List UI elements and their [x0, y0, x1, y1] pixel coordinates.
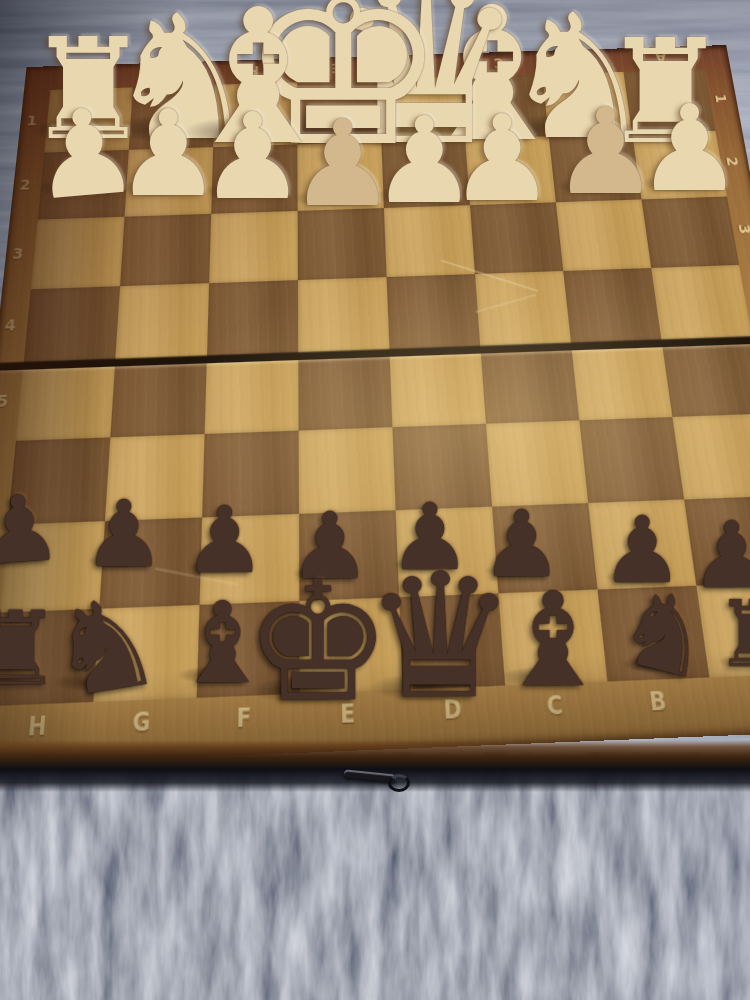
chess-board: 1122334455667788HHGGFFEEDDCCBBAA	[0, 45, 750, 767]
rank-label-left-1: 1	[26, 114, 37, 128]
square-c5	[480, 344, 579, 424]
file-label-bottom-e: E	[340, 702, 355, 728]
square-f2	[211, 145, 297, 214]
rank-label-left-6: 6	[0, 472, 1, 490]
file-label-top-g: G	[167, 67, 180, 80]
file-label-top-e: E	[331, 62, 341, 75]
square-d5	[389, 347, 486, 428]
file-label-bottom-f: F	[236, 706, 251, 732]
square-e4	[298, 277, 389, 353]
square-c3	[470, 202, 563, 274]
square-h1	[44, 87, 133, 152]
square-h4	[24, 286, 121, 363]
square-b5	[571, 340, 672, 420]
square-f4	[207, 280, 298, 357]
square-c7	[492, 502, 597, 593]
photo-stage: 1122334455667788HHGGFFEEDDCCBBAA ♜♞♝♚♛♝♞…	[0, 0, 750, 1000]
file-label-top-a: A	[654, 52, 666, 65]
rank-label-right-2: 2	[724, 157, 740, 167]
square-f7	[200, 513, 300, 604]
file-label-bottom-c: C	[546, 693, 564, 718]
rank-label-left-3: 3	[12, 246, 24, 261]
square-d4	[387, 274, 481, 350]
board-grid	[0, 69, 750, 706]
rank-label-left-5: 5	[0, 392, 9, 409]
square-e6	[299, 427, 396, 513]
board-face: 1122334455667788HHGGFFEEDDCCBBAA	[0, 45, 750, 767]
square-f5	[205, 353, 299, 434]
square-c6	[486, 421, 588, 506]
file-label-bottom-d: D	[443, 697, 462, 723]
square-e1	[297, 80, 381, 145]
rank-label-left-2: 2	[19, 178, 31, 192]
rank-label-right-1: 1	[713, 94, 729, 104]
square-g3	[120, 213, 211, 286]
square-a4	[651, 265, 750, 341]
rank-label-left-4: 4	[4, 317, 17, 333]
square-d1	[379, 77, 465, 142]
square-a3	[641, 196, 739, 268]
square-g5	[110, 356, 207, 437]
square-d7	[396, 506, 499, 597]
square-b4	[563, 268, 661, 344]
square-a7	[684, 495, 750, 585]
square-f3	[209, 210, 298, 282]
square-g7	[99, 517, 202, 609]
square-h7	[0, 520, 105, 612]
square-a6	[672, 414, 750, 499]
square-c4	[475, 271, 571, 347]
square-e7	[299, 510, 399, 601]
square-e5	[298, 350, 392, 431]
square-e8	[299, 597, 402, 694]
file-label-bottom-h: H	[27, 714, 47, 740]
square-a5	[662, 337, 750, 417]
square-c2	[465, 136, 556, 204]
square-e3	[298, 208, 387, 280]
file-label-top-f: F	[249, 64, 259, 77]
file-label-top-b: B	[574, 54, 586, 67]
square-c1	[461, 74, 549, 139]
square-d3	[384, 205, 475, 277]
file-label-bottom-b: B	[648, 689, 668, 714]
square-g2	[125, 147, 214, 216]
square-g1	[129, 85, 215, 150]
square-g4	[115, 283, 209, 360]
square-g6	[105, 434, 205, 520]
square-f6	[202, 431, 299, 517]
square-d6	[392, 424, 492, 510]
square-h5	[16, 360, 116, 441]
square-f1	[213, 82, 297, 147]
square-d8	[399, 593, 505, 690]
square-h2	[38, 150, 129, 219]
latch	[338, 766, 414, 794]
square-b1	[542, 72, 632, 137]
file-label-top-c: C	[493, 57, 504, 70]
square-e2	[297, 142, 384, 211]
square-f8	[197, 601, 300, 698]
square-a2	[632, 131, 727, 199]
square-b7	[588, 499, 696, 589]
square-g8	[93, 605, 199, 702]
file-label-top-d: D	[412, 59, 424, 72]
square-h6	[8, 438, 111, 524]
square-h3	[31, 216, 125, 289]
square-h8	[0, 608, 99, 706]
square-b6	[579, 417, 684, 502]
rank-label-right-3: 3	[736, 223, 750, 234]
file-label-top-h: H	[85, 69, 98, 82]
file-label-bottom-g: G	[132, 710, 151, 736]
square-d2	[381, 139, 470, 207]
square-a1	[623, 69, 715, 133]
square-b2	[549, 134, 642, 202]
square-b8	[597, 585, 709, 681]
square-c8	[498, 589, 607, 685]
square-b3	[556, 199, 651, 271]
latch-hook-icon	[388, 774, 410, 792]
